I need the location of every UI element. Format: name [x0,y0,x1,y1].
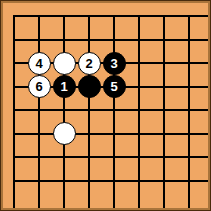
move-number-label: 1 [60,80,67,93]
move-number-label: 5 [110,80,117,93]
stone-white [53,122,76,145]
move-number-label: 4 [35,56,42,69]
grid-line-horizontal [13,39,208,41]
move-number-label: 3 [110,56,117,69]
grid-line-horizontal [13,15,208,17]
move-number-label: 2 [85,56,92,69]
stone-black-move-5: 5 [103,75,126,98]
grid-line-horizontal [13,133,208,135]
stone-white-move-2: 2 [78,52,101,75]
stone-black-move-1: 1 [53,75,76,98]
grid-line-horizontal [13,109,208,111]
stone-black-move-3: 3 [103,52,126,75]
stone-white-move-4: 4 [28,52,51,75]
go-diagram: 423615 [0,0,211,211]
grid-line-horizontal [13,156,208,158]
grid-line-horizontal [13,180,208,182]
stone-black [78,75,101,98]
stone-white [53,52,76,75]
stone-white-move-6: 6 [28,75,51,98]
move-number-label: 6 [35,80,42,93]
